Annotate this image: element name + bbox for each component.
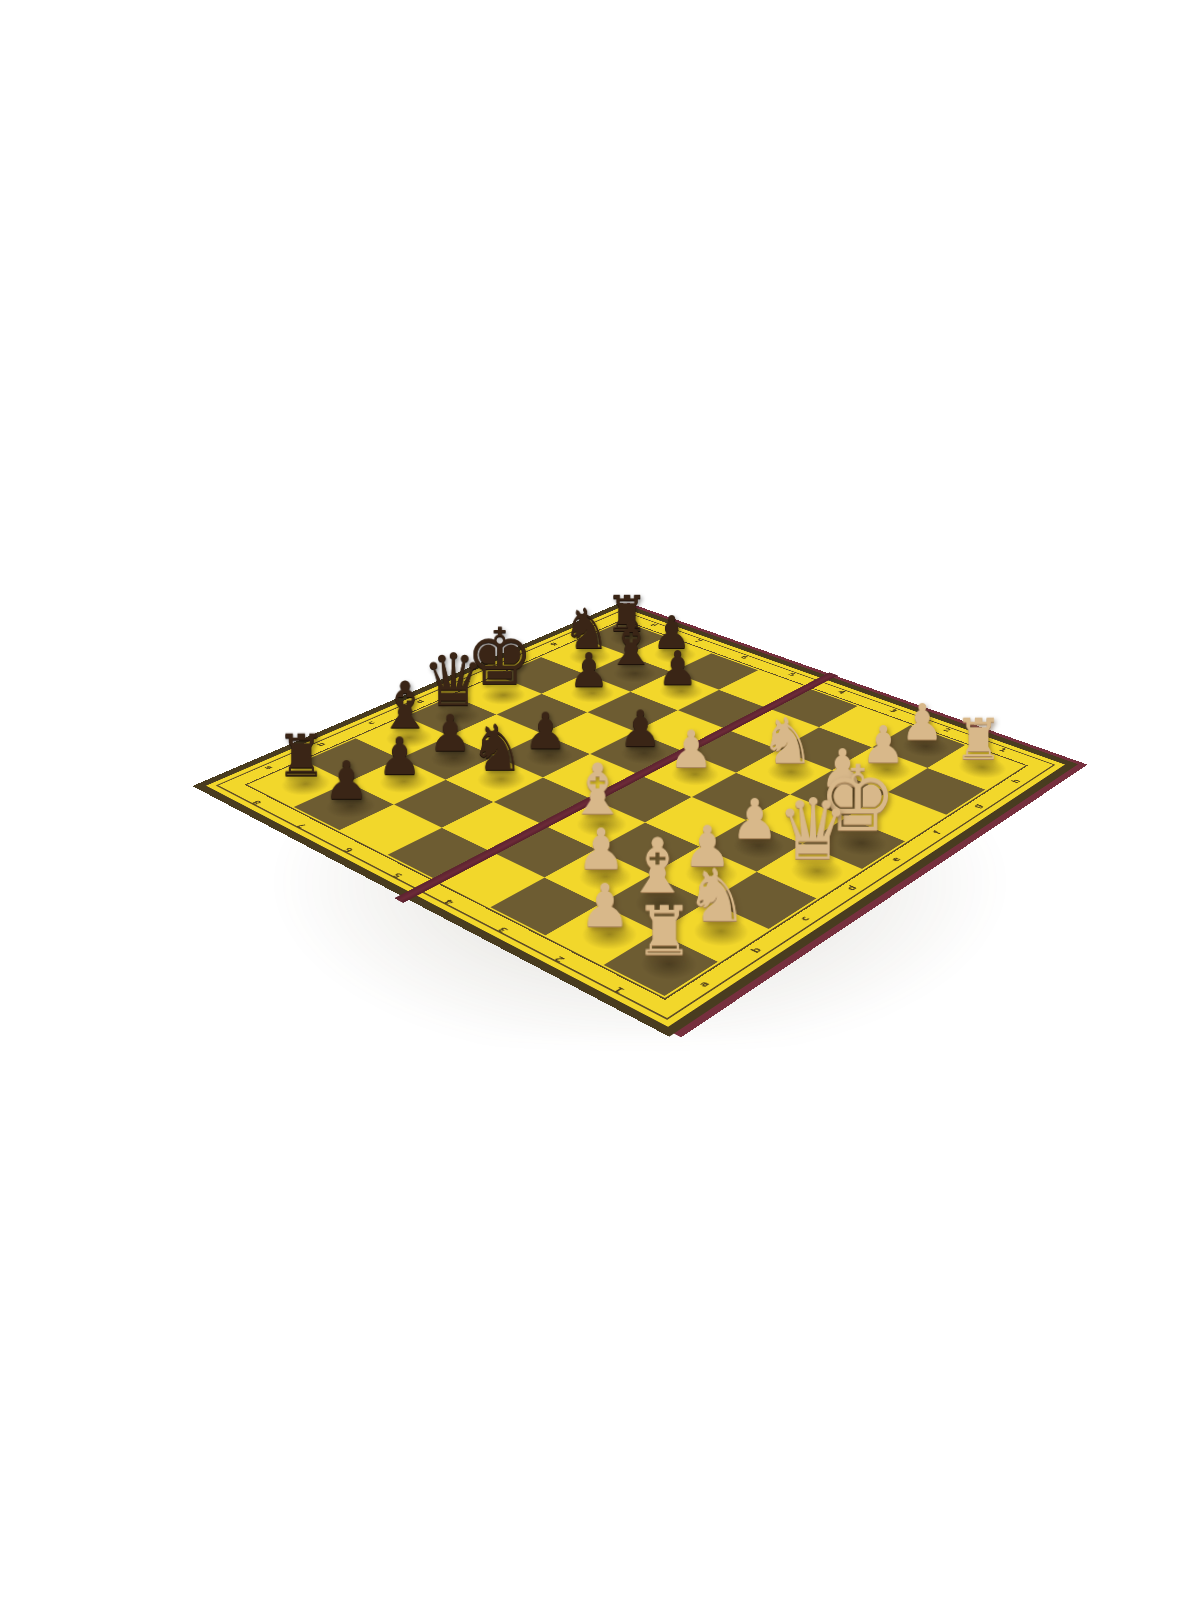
- white-bishop-glyph: ♝: [538, 754, 658, 825]
- white-rook-glyph: ♜: [597, 897, 733, 965]
- product-photo-scene: ♜♟♞♝♟♟♝♛♟♚♟♟♞♟♜♟♟♜♟♞♟♝♟♛♟♚♟♟♝♞♟♜ aa11bb2…: [0, 0, 1200, 1600]
- black-pawn-glyph: ♟: [288, 754, 406, 807]
